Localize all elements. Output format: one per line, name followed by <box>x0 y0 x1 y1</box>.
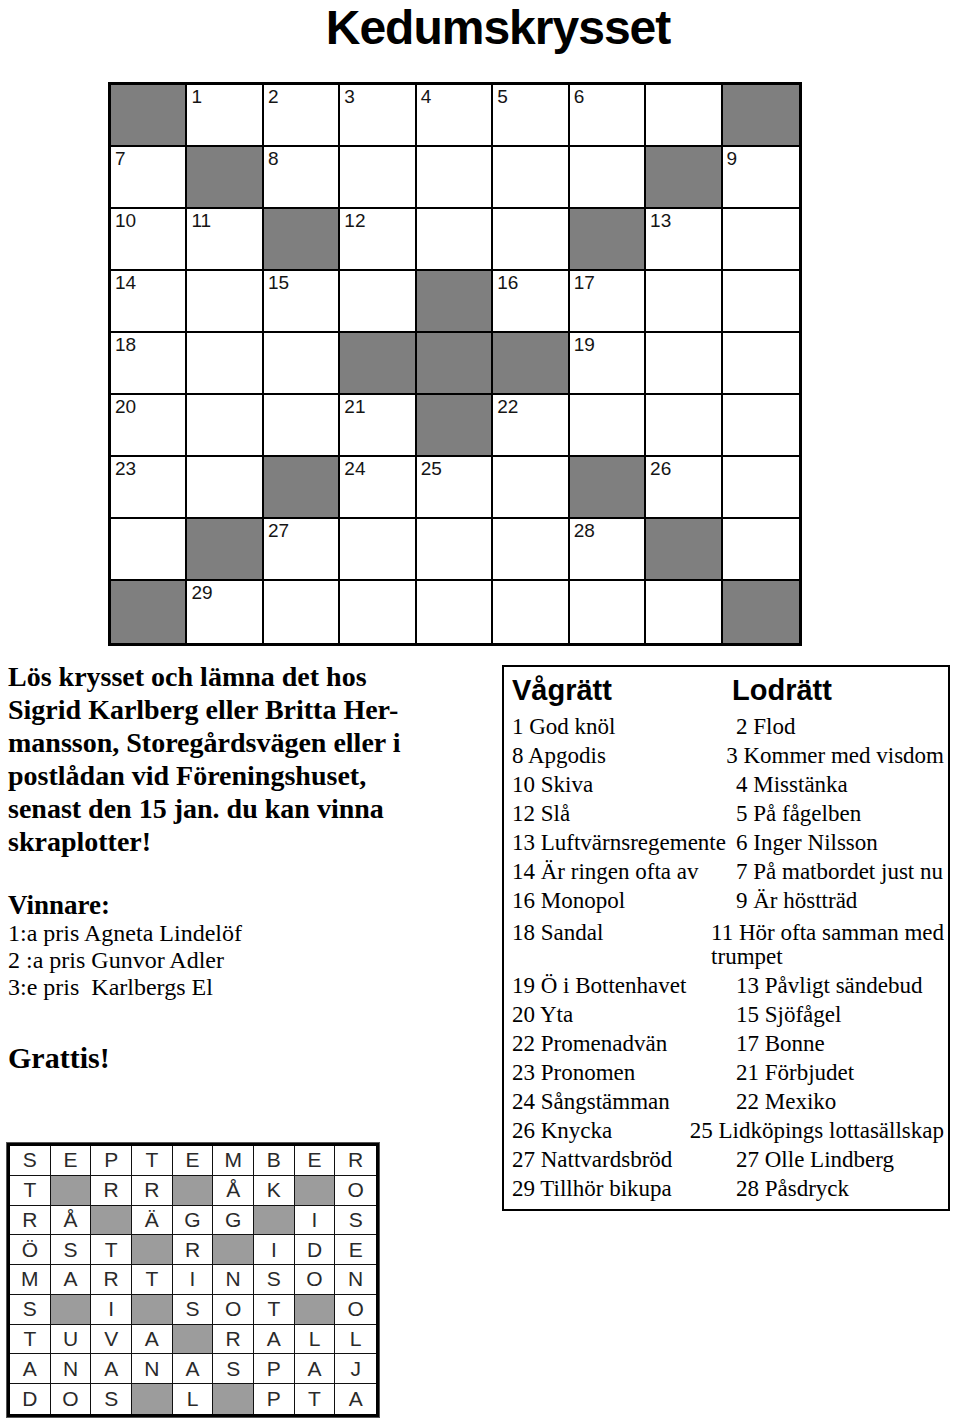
clue-number: 5 <box>497 86 508 108</box>
solution-letter-cell: U <box>51 1325 92 1355</box>
puzzle-cell[interactable] <box>723 271 799 333</box>
clue-number: 17 <box>574 272 595 294</box>
solution-letter-cell: O <box>213 1295 254 1325</box>
clue-row: 14 Är ringen ofta av7 På matbordet just … <box>512 860 944 884</box>
puzzle-cell[interactable] <box>723 209 799 271</box>
solution-letter-cell: T <box>132 1146 173 1176</box>
solution-letter-cell: T <box>10 1325 51 1355</box>
puzzle-cell[interactable] <box>493 581 569 643</box>
clue-row: 24 Sångstämman22 Mexiko <box>512 1090 944 1114</box>
page-title: Kedumskrysset <box>18 0 960 56</box>
clue-row: 22 Promenadvän17 Bonne <box>512 1032 944 1056</box>
clue-row: 19 Ö i Bottenhavet13 Påvligt sändebud <box>512 974 944 998</box>
solution-letter-cell: S <box>10 1295 51 1325</box>
puzzle-cell[interactable] <box>493 457 569 519</box>
solution-letter-cell: R <box>91 1265 132 1295</box>
solution-grid: SEPTEMBERTRRÅKORÅÄGGISÖSTRIDEMARTINSONSI… <box>7 1143 379 1417</box>
solution-letter-cell: A <box>51 1265 92 1295</box>
puzzle-cell[interactable]: 20 <box>111 395 187 457</box>
across-clue: 18 Sandal <box>512 921 711 969</box>
down-clue: 11 Hör ofta samman med trumpet <box>711 921 944 969</box>
clue-number: 28 <box>574 520 595 542</box>
solution-blocked-cell <box>254 1206 295 1236</box>
clue-number: 9 <box>727 148 738 170</box>
clue-number: 12 <box>344 210 365 232</box>
clue-row: 26 Knycka25 Lidköpings lottasällskap <box>512 1119 944 1143</box>
solution-letter-cell: V <box>91 1325 132 1355</box>
puzzle-cell[interactable]: 27 <box>264 519 340 581</box>
puzzle-cell[interactable]: 24 <box>340 457 416 519</box>
clue-number: 8 <box>268 148 279 170</box>
solution-letter-cell: Ä <box>132 1206 173 1236</box>
solution-blocked-cell <box>132 1295 173 1325</box>
puzzle-cell[interactable]: 7 <box>111 147 187 209</box>
across-clue: 12 Slå <box>512 802 736 826</box>
solution-letter-cell: S <box>51 1235 92 1265</box>
clue-number: 10 <box>115 210 136 232</box>
across-clue: 27 Nattvardsbröd <box>512 1148 736 1172</box>
solution-blocked-cell <box>51 1295 92 1325</box>
down-clue: 7 På matbordet just nu <box>736 860 944 884</box>
clues-panel: Vågrätt Lodrätt 1 God knöl2 Flod8 Apgodi… <box>502 665 950 1211</box>
blocked-cell <box>111 581 187 643</box>
blocked-cell <box>570 209 646 271</box>
solution-letter-cell: E <box>51 1146 92 1176</box>
puzzle-cell[interactable] <box>417 209 493 271</box>
clue-row: 20 Yta15 Sjöfågel <box>512 1003 944 1027</box>
clue-number: 22 <box>497 396 518 418</box>
solution-letter-cell: L <box>335 1325 376 1355</box>
puzzle-cell[interactable]: 22 <box>493 395 569 457</box>
puzzle-cell[interactable] <box>340 147 416 209</box>
puzzle-cell[interactable]: 14 <box>111 271 187 333</box>
puzzle-cell[interactable]: 16 <box>493 271 569 333</box>
puzzle-cell[interactable]: 5 <box>493 85 569 147</box>
solution-letter-cell: O <box>335 1295 376 1325</box>
solution-letter-cell: L <box>173 1384 214 1414</box>
solution-letter-cell: A <box>91 1354 132 1384</box>
solution-blocked-cell <box>173 1176 214 1206</box>
solution-letter-cell: R <box>91 1176 132 1206</box>
solution-letter-cell: J <box>335 1354 376 1384</box>
solution-letter-cell: G <box>173 1206 214 1236</box>
puzzle-cell[interactable]: 13 <box>646 209 722 271</box>
puzzle-cell[interactable]: 23 <box>111 457 187 519</box>
down-clue: 3 Kommer med visdom <box>726 744 944 768</box>
solution-letter-cell: A <box>132 1325 173 1355</box>
blocked-cell <box>417 395 493 457</box>
solution-letter-cell: P <box>254 1354 295 1384</box>
puzzle-cell[interactable]: 26 <box>646 457 722 519</box>
down-clue: 2 Flod <box>736 715 944 739</box>
winner-third-prize: 3:e pris Karlbergs El <box>8 974 486 1001</box>
blocked-cell <box>340 333 416 395</box>
clue-number: 21 <box>344 396 365 418</box>
blocked-cell <box>264 457 340 519</box>
clue-number: 3 <box>344 86 355 108</box>
solution-blocked-cell <box>295 1295 336 1325</box>
down-clue: 15 Sjöfågel <box>736 1003 944 1027</box>
puzzle-cell[interactable] <box>570 395 646 457</box>
solution-blocked-cell <box>91 1206 132 1236</box>
solution-letter-cell: L <box>295 1325 336 1355</box>
solution-blocked-cell <box>51 1176 92 1206</box>
solution-letter-cell: T <box>10 1176 51 1206</box>
solution-letter-cell: P <box>254 1384 295 1414</box>
solution-letter-cell: S <box>335 1206 376 1236</box>
down-clue: 21 Förbjudet <box>736 1061 944 1085</box>
puzzle-cell[interactable]: 17 <box>570 271 646 333</box>
clue-number: 2 <box>268 86 279 108</box>
solution-letter-cell: S <box>254 1265 295 1295</box>
puzzle-cell[interactable] <box>646 85 722 147</box>
blocked-cell <box>111 85 187 147</box>
page: { "title": "Kedumskrysset", "game": "cro… <box>0 0 960 1420</box>
clue-number: 27 <box>268 520 289 542</box>
solution-letter-cell: O <box>295 1265 336 1295</box>
puzzle-cell[interactable]: 9 <box>723 147 799 209</box>
solution-letter-cell: O <box>51 1384 92 1414</box>
puzzle-cell[interactable] <box>264 395 340 457</box>
puzzle-cell[interactable] <box>340 581 416 643</box>
puzzle-cell[interactable]: 11 <box>187 209 263 271</box>
clue-number: 1 <box>191 86 202 108</box>
puzzle-cell[interactable]: 15 <box>264 271 340 333</box>
solution-letter-cell: Ö <box>10 1235 51 1265</box>
puzzle-cell[interactable] <box>723 395 799 457</box>
clue-number: 20 <box>115 396 136 418</box>
puzzle-cell[interactable] <box>493 519 569 581</box>
clue-number: 29 <box>191 582 212 604</box>
crossword-puzzle-grid: 1234567891011121314151617181920212223242… <box>108 82 802 646</box>
puzzle-cell[interactable] <box>723 333 799 395</box>
puzzle-cell[interactable]: 18 <box>111 333 187 395</box>
across-clue: 16 Monopol <box>512 889 736 913</box>
down-clue: 9 Är höstträd <box>736 889 944 913</box>
solution-letter-cell: O <box>335 1176 376 1206</box>
clue-number: 26 <box>650 458 671 480</box>
puzzle-cell[interactable]: 10 <box>111 209 187 271</box>
down-clue: 22 Mexiko <box>736 1090 944 1114</box>
across-clue: 23 Pronomen <box>512 1061 736 1085</box>
solution-letter-cell: T <box>132 1265 173 1295</box>
across-clue: 14 Är ringen ofta av <box>512 860 736 884</box>
clue-row: 29 Tillhör bikupa28 Påsdryck <box>512 1177 944 1201</box>
blocked-cell <box>570 457 646 519</box>
solution-letter-cell: R <box>10 1206 51 1236</box>
winners-heading: Vinnare: <box>8 890 486 920</box>
clue-row: 10 Skiva4 Misstänka <box>512 773 944 797</box>
puzzle-cell[interactable] <box>570 581 646 643</box>
down-clue: 28 Påsdryck <box>736 1177 944 1201</box>
solution-blocked-cell <box>213 1235 254 1265</box>
clue-row: 8 Apgodis3 Kommer med visdom <box>512 744 944 768</box>
down-clue: 13 Påvligt sändebud <box>736 974 944 998</box>
solution-letter-cell: A <box>254 1325 295 1355</box>
puzzle-cell[interactable]: 4 <box>417 85 493 147</box>
solution-letter-cell: E <box>173 1146 214 1176</box>
solution-letter-cell: A <box>295 1354 336 1384</box>
puzzle-cell[interactable] <box>417 581 493 643</box>
solution-letter-cell: D <box>295 1235 336 1265</box>
puzzle-cell[interactable] <box>340 519 416 581</box>
puzzle-cell[interactable] <box>723 457 799 519</box>
clue-number: 23 <box>115 458 136 480</box>
puzzle-cell[interactable]: 28 <box>570 519 646 581</box>
puzzle-cell[interactable] <box>111 519 187 581</box>
across-clue: 29 Tillhör bikupa <box>512 1177 736 1201</box>
solution-letter-cell: G <box>213 1206 254 1236</box>
solution-letter-cell: T <box>295 1384 336 1414</box>
clue-row: 1 God knöl2 Flod <box>512 715 944 739</box>
solution-letter-cell: R <box>335 1146 376 1176</box>
solution-blocked-cell <box>173 1325 214 1355</box>
solution-letter-cell: Å <box>213 1176 254 1206</box>
across-clue: 10 Skiva <box>512 773 736 797</box>
down-clue: 17 Bonne <box>736 1032 944 1056</box>
clue-number: 19 <box>574 334 595 356</box>
solution-letter-cell: A <box>173 1354 214 1384</box>
solution-letter-cell: N <box>132 1354 173 1384</box>
clue-number: 15 <box>268 272 289 294</box>
clue-number: 11 <box>191 210 211 232</box>
clue-number: 13 <box>650 210 671 232</box>
clue-number: 18 <box>115 334 136 356</box>
solution-letter-cell: A <box>335 1384 376 1414</box>
solution-blocked-cell <box>295 1176 336 1206</box>
down-heading: Lodrätt <box>732 673 944 707</box>
puzzle-cell[interactable] <box>493 147 569 209</box>
puzzle-cell[interactable] <box>264 581 340 643</box>
blocked-cell <box>493 333 569 395</box>
solution-letter-cell: T <box>254 1295 295 1325</box>
clue-row: 18 Sandal11 Hör ofta samman med trumpet <box>512 921 944 969</box>
blocked-cell <box>187 519 263 581</box>
clue-list: 1 God knöl2 Flod8 Apgodis3 Kommer med vi… <box>512 715 944 1201</box>
blocked-cell <box>417 333 493 395</box>
puzzle-cell[interactable] <box>646 395 722 457</box>
clue-row: 12 Slå5 På fågelben <box>512 802 944 826</box>
solution-letter-cell: S <box>213 1354 254 1384</box>
puzzle-cell[interactable] <box>417 519 493 581</box>
down-clue: 4 Misstänka <box>736 773 944 797</box>
puzzle-cell[interactable] <box>723 519 799 581</box>
blocked-cell <box>723 581 799 643</box>
puzzle-cell[interactable]: 3 <box>340 85 416 147</box>
across-heading: Vågrätt <box>512 673 732 707</box>
blocked-cell <box>417 271 493 333</box>
clue-row: 23 Pronomen21 Förbjudet <box>512 1061 944 1085</box>
puzzle-cell[interactable]: 29 <box>187 581 263 643</box>
across-clue: 1 God knöl <box>512 715 736 739</box>
clue-headers: Vågrätt Lodrätt <box>512 673 944 707</box>
down-clue: 27 Olle Lindberg <box>736 1148 944 1172</box>
congrats-text: Grattis! <box>8 1041 486 1075</box>
across-clue: 8 Apgodis <box>512 744 726 768</box>
puzzle-cell[interactable] <box>417 147 493 209</box>
puzzle-cell[interactable] <box>646 581 722 643</box>
winner-first-prize: 1:a pris Agneta Lindelöf <box>8 920 486 947</box>
solution-letter-cell: R <box>132 1176 173 1206</box>
clue-number: 14 <box>115 272 136 294</box>
solution-letter-cell: M <box>213 1146 254 1176</box>
solution-letter-cell: E <box>295 1146 336 1176</box>
blocked-cell <box>646 147 722 209</box>
solution-letter-cell: A <box>10 1354 51 1384</box>
puzzle-cell[interactable] <box>493 209 569 271</box>
solution-letter-cell: S <box>10 1146 51 1176</box>
puzzle-cell[interactable]: 19 <box>570 333 646 395</box>
clue-row: 13 Luftvärnsregemente6 Inger Nilsson <box>512 831 944 855</box>
clue-row: 27 Nattvardsbröd27 Olle Lindberg <box>512 1148 944 1172</box>
blocked-cell <box>723 85 799 147</box>
solution-letter-cell: M <box>10 1265 51 1295</box>
clue-number: 6 <box>574 86 585 108</box>
solution-letter-cell: E <box>335 1235 376 1265</box>
puzzle-cell[interactable]: 21 <box>340 395 416 457</box>
solution-letter-cell: P <box>91 1146 132 1176</box>
instructions-paragraph: Lös krysset och lämna det hos Sigrid Kar… <box>8 660 486 858</box>
puzzle-cell[interactable] <box>187 271 263 333</box>
solution-letter-cell: T <box>91 1235 132 1265</box>
puzzle-cell[interactable]: 2 <box>264 85 340 147</box>
puzzle-cell[interactable] <box>570 147 646 209</box>
down-clue: 25 Lidköpings lottasällskap <box>690 1119 944 1143</box>
puzzle-cell[interactable]: 12 <box>340 209 416 271</box>
puzzle-cell[interactable] <box>340 271 416 333</box>
puzzle-cell[interactable]: 6 <box>570 85 646 147</box>
across-clue: 20 Yta <box>512 1003 736 1027</box>
clue-number: 24 <box>344 458 365 480</box>
clue-number: 25 <box>421 458 442 480</box>
clue-row: 16 Monopol9 Är höstträd <box>512 889 944 913</box>
puzzle-cell[interactable] <box>187 457 263 519</box>
solution-letter-cell: R <box>213 1325 254 1355</box>
clue-number: 16 <box>497 272 518 294</box>
puzzle-cell[interactable] <box>264 333 340 395</box>
solution-letter-cell: I <box>254 1235 295 1265</box>
down-clue: 5 På fågelben <box>736 802 944 826</box>
puzzle-cell[interactable] <box>187 333 263 395</box>
solution-letter-cell: D <box>10 1384 51 1414</box>
down-clue: 6 Inger Nilsson <box>736 831 944 855</box>
solution-letter-cell: S <box>173 1295 214 1325</box>
puzzle-cell[interactable] <box>187 395 263 457</box>
solution-blocked-cell <box>132 1384 173 1414</box>
blocked-cell <box>264 209 340 271</box>
solution-blocked-cell <box>132 1235 173 1265</box>
solution-letter-cell: S <box>91 1384 132 1414</box>
solution-letter-cell: N <box>213 1265 254 1295</box>
winner-second-prize: 2 :a pris Gunvor Adler <box>8 947 486 974</box>
solution-letter-cell: B <box>254 1146 295 1176</box>
solution-letter-cell: Å <box>51 1206 92 1236</box>
solution-letter-cell: I <box>91 1295 132 1325</box>
solution-letter-cell: I <box>173 1265 214 1295</box>
puzzle-cell[interactable]: 1 <box>187 85 263 147</box>
puzzle-cell[interactable]: 8 <box>264 147 340 209</box>
clue-number: 4 <box>421 86 432 108</box>
across-clue: 13 Luftvärnsregemente <box>512 831 736 855</box>
info-text-block: Lös krysset och lämna det hos Sigrid Kar… <box>8 660 486 1075</box>
puzzle-cell[interactable]: 25 <box>417 457 493 519</box>
solution-blocked-cell <box>213 1384 254 1414</box>
across-clue: 26 Knycka <box>512 1119 690 1143</box>
across-clue: 22 Promenadvän <box>512 1032 736 1056</box>
clue-number: 7 <box>115 148 126 170</box>
puzzle-cell[interactable] <box>646 271 722 333</box>
solution-letter-cell: R <box>173 1235 214 1265</box>
puzzle-cell[interactable] <box>646 333 722 395</box>
solution-letter-cell: I <box>295 1206 336 1236</box>
blocked-cell <box>646 519 722 581</box>
solution-letter-cell: N <box>335 1265 376 1295</box>
blocked-cell <box>187 147 263 209</box>
solution-letter-cell: N <box>51 1354 92 1384</box>
across-clue: 24 Sångstämman <box>512 1090 736 1114</box>
solution-letter-cell: K <box>254 1176 295 1206</box>
across-clue: 19 Ö i Bottenhavet <box>512 974 736 998</box>
